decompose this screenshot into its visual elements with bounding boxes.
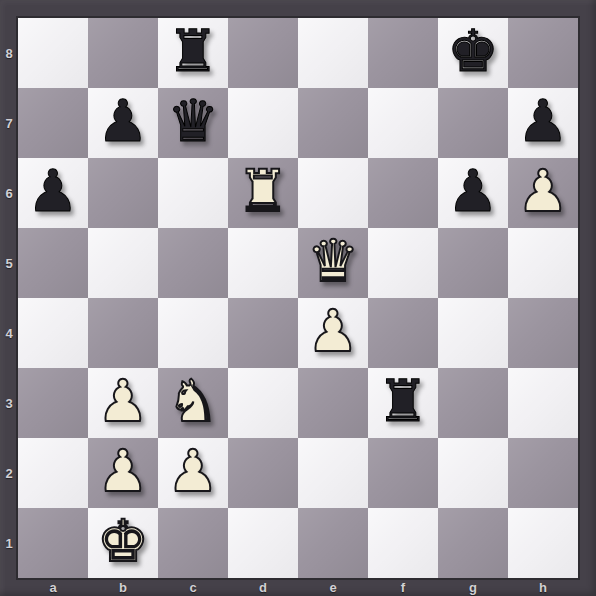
square-d5[interactable] <box>228 228 298 298</box>
square-e2[interactable] <box>298 438 368 508</box>
white-pawn-b2[interactable]: ♟ <box>97 442 149 500</box>
square-g7[interactable] <box>438 88 508 158</box>
square-b7[interactable]: ♟ <box>88 88 158 158</box>
square-f8[interactable] <box>368 18 438 88</box>
square-d7[interactable] <box>228 88 298 158</box>
black-queen-c7[interactable]: ♛ <box>167 92 219 150</box>
file-label-d: d <box>228 578 298 596</box>
chess-board-window: ♜♚♟♛♟♟♜♟♟♛♟♟♞♜♟♟♚ 87654321 abcdefgh <box>0 0 596 596</box>
white-pawn-e4[interactable]: ♟ <box>307 302 359 360</box>
white-pawn-b3[interactable]: ♟ <box>97 372 149 430</box>
square-b8[interactable] <box>88 18 158 88</box>
square-h6[interactable]: ♟ <box>508 158 578 228</box>
black-pawn-b7[interactable]: ♟ <box>97 92 149 150</box>
black-rook-c8[interactable]: ♜ <box>167 22 219 80</box>
chess-board: ♜♚♟♛♟♟♜♟♟♛♟♟♞♜♟♟♚ <box>18 18 578 578</box>
square-c6[interactable] <box>158 158 228 228</box>
square-a2[interactable] <box>18 438 88 508</box>
square-a4[interactable] <box>18 298 88 368</box>
square-c1[interactable] <box>158 508 228 578</box>
square-b6[interactable] <box>88 158 158 228</box>
square-e6[interactable] <box>298 158 368 228</box>
square-g6[interactable]: ♟ <box>438 158 508 228</box>
square-h1[interactable] <box>508 508 578 578</box>
square-c2[interactable]: ♟ <box>158 438 228 508</box>
white-knight-c3[interactable]: ♞ <box>167 372 219 430</box>
black-pawn-g6[interactable]: ♟ <box>447 162 499 220</box>
square-d8[interactable] <box>228 18 298 88</box>
square-b3[interactable]: ♟ <box>88 368 158 438</box>
square-b5[interactable] <box>88 228 158 298</box>
white-pawn-c2[interactable]: ♟ <box>167 442 219 500</box>
square-a1[interactable] <box>18 508 88 578</box>
square-e1[interactable] <box>298 508 368 578</box>
square-e3[interactable] <box>298 368 368 438</box>
square-h4[interactable] <box>508 298 578 368</box>
rank-label-3: 3 <box>0 368 18 438</box>
file-label-c: c <box>158 578 228 596</box>
square-g8[interactable]: ♚ <box>438 18 508 88</box>
square-h8[interactable] <box>508 18 578 88</box>
square-a7[interactable] <box>18 88 88 158</box>
square-g2[interactable] <box>438 438 508 508</box>
square-f6[interactable] <box>368 158 438 228</box>
square-f5[interactable] <box>368 228 438 298</box>
square-c8[interactable]: ♜ <box>158 18 228 88</box>
square-a8[interactable] <box>18 18 88 88</box>
square-d4[interactable] <box>228 298 298 368</box>
black-pawn-a6[interactable]: ♟ <box>27 162 79 220</box>
rank-label-2: 2 <box>0 438 18 508</box>
square-h5[interactable] <box>508 228 578 298</box>
white-pawn-h6[interactable]: ♟ <box>517 162 569 220</box>
black-pawn-h7[interactable]: ♟ <box>517 92 569 150</box>
square-e7[interactable] <box>298 88 368 158</box>
square-b1[interactable]: ♚ <box>88 508 158 578</box>
square-a6[interactable]: ♟ <box>18 158 88 228</box>
square-c5[interactable] <box>158 228 228 298</box>
square-d2[interactable] <box>228 438 298 508</box>
square-h2[interactable] <box>508 438 578 508</box>
square-d3[interactable] <box>228 368 298 438</box>
square-a3[interactable] <box>18 368 88 438</box>
square-b2[interactable]: ♟ <box>88 438 158 508</box>
square-f4[interactable] <box>368 298 438 368</box>
square-e8[interactable] <box>298 18 368 88</box>
square-c7[interactable]: ♛ <box>158 88 228 158</box>
black-king-g8[interactable]: ♚ <box>447 22 499 80</box>
rank-label-6: 6 <box>0 158 18 228</box>
file-label-h: h <box>508 578 578 596</box>
file-label-e: e <box>298 578 368 596</box>
square-a5[interactable] <box>18 228 88 298</box>
rank-label-8: 8 <box>0 18 18 88</box>
square-h7[interactable]: ♟ <box>508 88 578 158</box>
square-b4[interactable] <box>88 298 158 368</box>
white-rook-d6[interactable]: ♜ <box>237 162 289 220</box>
file-label-a: a <box>18 578 88 596</box>
square-c3[interactable]: ♞ <box>158 368 228 438</box>
square-d6[interactable]: ♜ <box>228 158 298 228</box>
square-f2[interactable] <box>368 438 438 508</box>
square-f3[interactable]: ♜ <box>368 368 438 438</box>
square-c4[interactable] <box>158 298 228 368</box>
rank-label-1: 1 <box>0 508 18 578</box>
square-d1[interactable] <box>228 508 298 578</box>
file-label-f: f <box>368 578 438 596</box>
white-queen-e5[interactable]: ♛ <box>307 232 359 290</box>
file-label-b: b <box>88 578 158 596</box>
rank-label-7: 7 <box>0 88 18 158</box>
black-rook-f3[interactable]: ♜ <box>377 372 429 430</box>
rank-label-4: 4 <box>0 298 18 368</box>
square-g3[interactable] <box>438 368 508 438</box>
white-king-b1[interactable]: ♚ <box>97 512 149 570</box>
square-e4[interactable]: ♟ <box>298 298 368 368</box>
square-g5[interactable] <box>438 228 508 298</box>
square-f1[interactable] <box>368 508 438 578</box>
square-h3[interactable] <box>508 368 578 438</box>
square-g4[interactable] <box>438 298 508 368</box>
square-g1[interactable] <box>438 508 508 578</box>
square-e5[interactable]: ♛ <box>298 228 368 298</box>
square-f7[interactable] <box>368 88 438 158</box>
rank-label-5: 5 <box>0 228 18 298</box>
file-label-g: g <box>438 578 508 596</box>
